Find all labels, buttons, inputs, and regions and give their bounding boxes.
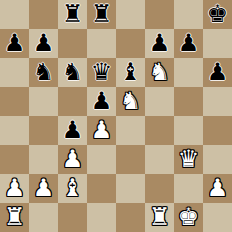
white-pawn-a2[interactable]: ♟ <box>0 174 29 203</box>
white-pawn-d4[interactable]: ♟ <box>87 116 116 145</box>
square-d8[interactable]: ♜ <box>87 0 116 29</box>
square-g8[interactable] <box>174 0 203 29</box>
square-b4[interactable] <box>29 116 58 145</box>
square-d4[interactable]: ♟ <box>87 116 116 145</box>
square-c7[interactable] <box>58 29 87 58</box>
black-pawn-c4[interactable]: ♟ <box>58 116 87 145</box>
white-rook-f1[interactable]: ♜ <box>145 203 174 232</box>
chess-board[interactable]: ♜♜♚♟♟♟♟♞♞♛♝♞♟♟♞♟♟♟♛♟♟♝♟♜♜♚ <box>0 0 232 232</box>
black-pawn-b7[interactable]: ♟ <box>29 29 58 58</box>
square-h4[interactable] <box>203 116 232 145</box>
square-g3[interactable]: ♛ <box>174 145 203 174</box>
square-a2[interactable]: ♟ <box>0 174 29 203</box>
square-a6[interactable] <box>0 58 29 87</box>
square-g2[interactable] <box>174 174 203 203</box>
black-king-h8[interactable]: ♚ <box>203 0 232 29</box>
black-pawn-d5[interactable]: ♟ <box>87 87 116 116</box>
square-e4[interactable] <box>116 116 145 145</box>
square-f4[interactable] <box>145 116 174 145</box>
square-f2[interactable] <box>145 174 174 203</box>
square-c8[interactable]: ♜ <box>58 0 87 29</box>
chess-board-window: ♜♜♚♟♟♟♟♞♞♛♝♞♟♟♞♟♟♟♛♟♟♝♟♜♜♚ <box>0 0 232 232</box>
square-a7[interactable]: ♟ <box>0 29 29 58</box>
black-knight-c6[interactable]: ♞ <box>58 58 87 87</box>
white-knight-e5[interactable]: ♞ <box>116 87 145 116</box>
black-knight-b6[interactable]: ♞ <box>29 58 58 87</box>
square-e5[interactable]: ♞ <box>116 87 145 116</box>
square-e6[interactable]: ♝ <box>116 58 145 87</box>
square-c6[interactable]: ♞ <box>58 58 87 87</box>
square-d5[interactable]: ♟ <box>87 87 116 116</box>
square-a8[interactable] <box>0 0 29 29</box>
square-b7[interactable]: ♟ <box>29 29 58 58</box>
white-queen-g3[interactable]: ♛ <box>174 145 203 174</box>
square-b3[interactable] <box>29 145 58 174</box>
square-f6[interactable]: ♞ <box>145 58 174 87</box>
black-rook-c8[interactable]: ♜ <box>58 0 87 29</box>
square-h7[interactable] <box>203 29 232 58</box>
square-b6[interactable]: ♞ <box>29 58 58 87</box>
square-h2[interactable]: ♟ <box>203 174 232 203</box>
square-a1[interactable]: ♜ <box>0 203 29 232</box>
square-h5[interactable] <box>203 87 232 116</box>
square-a3[interactable] <box>0 145 29 174</box>
white-pawn-h2[interactable]: ♟ <box>203 174 232 203</box>
square-e3[interactable] <box>116 145 145 174</box>
black-pawn-a7[interactable]: ♟ <box>0 29 29 58</box>
square-c5[interactable] <box>58 87 87 116</box>
black-queen-d6[interactable]: ♛ <box>87 58 116 87</box>
white-rook-a1[interactable]: ♜ <box>0 203 29 232</box>
square-g1[interactable]: ♚ <box>174 203 203 232</box>
white-pawn-c3[interactable]: ♟ <box>58 145 87 174</box>
square-d2[interactable] <box>87 174 116 203</box>
black-pawn-g7[interactable]: ♟ <box>174 29 203 58</box>
square-g4[interactable] <box>174 116 203 145</box>
square-h1[interactable] <box>203 203 232 232</box>
square-b8[interactable] <box>29 0 58 29</box>
square-a4[interactable] <box>0 116 29 145</box>
black-rook-d8[interactable]: ♜ <box>87 0 116 29</box>
square-c4[interactable]: ♟ <box>58 116 87 145</box>
square-c1[interactable] <box>58 203 87 232</box>
square-e1[interactable] <box>116 203 145 232</box>
square-h8[interactable]: ♚ <box>203 0 232 29</box>
square-f1[interactable]: ♜ <box>145 203 174 232</box>
black-bishop-e6[interactable]: ♝ <box>116 58 145 87</box>
square-f7[interactable]: ♟ <box>145 29 174 58</box>
square-d3[interactable] <box>87 145 116 174</box>
white-king-g1[interactable]: ♚ <box>174 203 203 232</box>
square-f8[interactable] <box>145 0 174 29</box>
square-d1[interactable] <box>87 203 116 232</box>
square-d7[interactable] <box>87 29 116 58</box>
white-knight-f6[interactable]: ♞ <box>145 58 174 87</box>
square-g7[interactable]: ♟ <box>174 29 203 58</box>
square-c3[interactable]: ♟ <box>58 145 87 174</box>
square-h3[interactable] <box>203 145 232 174</box>
square-g6[interactable] <box>174 58 203 87</box>
square-b2[interactable]: ♟ <box>29 174 58 203</box>
square-f3[interactable] <box>145 145 174 174</box>
square-b5[interactable] <box>29 87 58 116</box>
black-pawn-f7[interactable]: ♟ <box>145 29 174 58</box>
white-pawn-b2[interactable]: ♟ <box>29 174 58 203</box>
square-h6[interactable]: ♟ <box>203 58 232 87</box>
square-c2[interactable]: ♝ <box>58 174 87 203</box>
square-e8[interactable] <box>116 0 145 29</box>
square-g5[interactable] <box>174 87 203 116</box>
square-d6[interactable]: ♛ <box>87 58 116 87</box>
square-e7[interactable] <box>116 29 145 58</box>
square-f5[interactable] <box>145 87 174 116</box>
square-a5[interactable] <box>0 87 29 116</box>
square-b1[interactable] <box>29 203 58 232</box>
white-bishop-c2[interactable]: ♝ <box>58 174 87 203</box>
black-pawn-h6[interactable]: ♟ <box>203 58 232 87</box>
square-e2[interactable] <box>116 174 145 203</box>
